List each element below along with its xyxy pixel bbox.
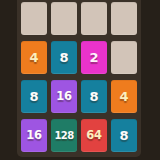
tile-r2-c2: 8 [51,41,77,74]
tile-value: 8 [59,51,68,64]
tile-value: 4 [29,51,38,64]
tile-r3-c1: 8 [21,80,47,113]
tile-r4-c2: 128 [51,119,77,152]
tile-r2-c3: 2 [81,41,107,74]
tile-r2-c1: 4 [21,41,47,74]
board-grid[interactable]: 4 8 2 8 16 8 4 16 128 64 8 [21,2,137,152]
tile-r2-c4 [111,41,137,74]
tile-value: 8 [29,90,38,103]
tile-value: 8 [89,90,98,103]
tile-value: 4 [119,90,128,103]
tile-r4-c3: 64 [81,119,107,152]
tile-r3-c3: 8 [81,80,107,113]
tile-value: 64 [86,130,101,142]
tile-r1-c2 [51,2,77,35]
tile-r4-c1: 16 [21,119,47,152]
tile-r1-c3 [81,2,107,35]
tile-value: 8 [119,129,128,142]
tile-r3-c4: 4 [111,80,137,113]
tile-value: 16 [26,130,41,142]
tile-r4-c4: 8 [111,119,137,152]
tile-value: 2 [89,51,98,64]
tile-value: 128 [54,131,73,141]
tile-r1-c1 [21,2,47,35]
game-screen: 4 8 2 8 16 8 4 16 128 64 8 [0,0,160,160]
tile-r3-c2: 16 [51,80,77,113]
tile-value: 16 [56,91,71,103]
tile-r1-c4 [111,2,137,35]
